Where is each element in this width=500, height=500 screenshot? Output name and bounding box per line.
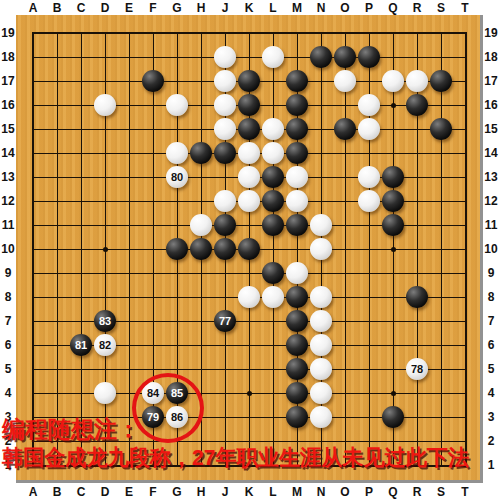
stone-white-J17[interactable] (214, 70, 236, 92)
col-label-top: P (365, 1, 373, 15)
row-label-left: 7 (5, 314, 12, 328)
stone-white-L14[interactable] (262, 142, 284, 164)
row-label-right: 9 (488, 266, 495, 280)
col-label-top: F (149, 1, 156, 15)
stone-black-M15[interactable] (286, 118, 308, 140)
stone-black-R8[interactable] (406, 286, 428, 308)
stone-black-H14[interactable] (190, 142, 212, 164)
star-point (247, 391, 252, 396)
stone-white-N6[interactable] (310, 334, 332, 356)
caption-line-2: 韩国金成龙九段称，27年职业生涯从未见过此下法 (2, 443, 469, 473)
col-label-top: C (77, 1, 86, 15)
stone-black-M17[interactable] (286, 70, 308, 92)
row-label-right: 11 (485, 218, 498, 232)
col-label-top: R (413, 1, 422, 15)
stone-black-M14[interactable] (286, 142, 308, 164)
stone-white-D6[interactable]: 82 (94, 334, 116, 356)
stone-black-D7[interactable]: 83 (94, 310, 116, 332)
stone-black-R16[interactable] (406, 94, 428, 116)
red-circle-annotation (132, 373, 204, 443)
star-point (391, 247, 396, 252)
col-label-bottom: H (197, 485, 206, 499)
stone-black-M6[interactable] (286, 334, 308, 356)
stone-black-J14[interactable] (214, 142, 236, 164)
row-label-right: 14 (484, 146, 497, 160)
col-label-bottom: F (149, 485, 156, 499)
stone-white-G16[interactable] (166, 94, 188, 116)
stone-white-J15[interactable] (214, 118, 236, 140)
star-point (391, 103, 396, 108)
stone-white-J16[interactable] (214, 94, 236, 116)
row-label-left: 17 (1, 74, 14, 88)
go-game-screenshot: 80837781827884857986 AABBCCDDEEFFGGHHJJK… (0, 0, 500, 500)
stone-white-K13[interactable] (238, 166, 260, 188)
stone-white-G14[interactable] (166, 142, 188, 164)
stone-white-N11[interactable] (310, 214, 332, 236)
stone-black-O15[interactable] (334, 118, 356, 140)
stone-black-L13[interactable] (262, 166, 284, 188)
col-label-top: Q (388, 1, 397, 15)
row-label-left: 12 (1, 194, 14, 208)
col-label-top: J (222, 1, 229, 15)
stone-black-P18[interactable] (358, 46, 380, 68)
move-number: 77 (219, 316, 231, 327)
row-label-right: 2 (488, 434, 495, 448)
stone-black-Q11[interactable] (382, 214, 404, 236)
stone-black-C6[interactable]: 81 (70, 334, 92, 356)
row-label-left: 10 (1, 242, 14, 256)
stone-black-L9[interactable] (262, 262, 284, 284)
stone-black-Q13[interactable] (382, 166, 404, 188)
row-label-left: 16 (1, 98, 14, 112)
stone-black-M16[interactable] (286, 94, 308, 116)
stone-white-K14[interactable] (238, 142, 260, 164)
caption-line-1: 编程随想注： (2, 414, 140, 445)
row-label-left: 15 (1, 122, 14, 136)
stone-black-K15[interactable] (238, 118, 260, 140)
col-label-bottom: K (245, 485, 254, 499)
stone-black-L11[interactable] (262, 214, 284, 236)
stone-white-P16[interactable] (358, 94, 380, 116)
stone-white-R5[interactable]: 78 (406, 358, 428, 380)
stone-black-K17[interactable] (238, 70, 260, 92)
row-label-right: 3 (488, 410, 495, 424)
stone-black-N18[interactable] (310, 46, 332, 68)
row-label-left: 5 (5, 362, 12, 376)
stone-white-N8[interactable] (310, 286, 332, 308)
stone-white-L18[interactable] (262, 46, 284, 68)
move-number: 81 (75, 340, 87, 351)
col-label-top: E (125, 1, 133, 15)
col-label-bottom: N (317, 485, 326, 499)
col-label-top: T (461, 1, 468, 15)
row-label-right: 10 (484, 242, 497, 256)
col-label-bottom: Q (388, 485, 397, 499)
row-label-left: 18 (1, 50, 14, 64)
row-label-right: 16 (484, 98, 497, 112)
stone-white-J12[interactable] (214, 190, 236, 212)
move-number: 83 (99, 316, 111, 327)
stone-white-K12[interactable] (238, 190, 260, 212)
col-label-top: S (437, 1, 445, 15)
stone-white-P15[interactable] (358, 118, 380, 140)
col-label-top: L (269, 1, 276, 15)
stone-white-N5[interactable] (310, 358, 332, 380)
row-label-left: 13 (1, 170, 14, 184)
stone-white-N4[interactable] (310, 382, 332, 404)
stone-white-D4[interactable] (94, 382, 116, 404)
stone-black-J10[interactable] (214, 238, 236, 260)
row-label-right: 19 (484, 26, 497, 40)
move-number: 78 (411, 364, 423, 375)
col-label-top: M (292, 1, 302, 15)
stone-white-P13[interactable] (358, 166, 380, 188)
col-label-top: D (101, 1, 110, 15)
stone-white-M9[interactable] (286, 262, 308, 284)
stone-white-R17[interactable] (406, 70, 428, 92)
stone-white-Q17[interactable] (382, 70, 404, 92)
star-point (391, 391, 396, 396)
stone-black-M7[interactable] (286, 310, 308, 332)
stone-black-K10[interactable] (238, 238, 260, 260)
col-label-bottom: L (269, 485, 276, 499)
row-label-right: 12 (484, 194, 497, 208)
stone-black-Q3[interactable] (382, 406, 404, 428)
col-label-bottom: C (77, 485, 86, 499)
stone-black-J11[interactable] (214, 214, 236, 236)
stone-white-K8[interactable] (238, 286, 260, 308)
row-label-left: 6 (5, 338, 12, 352)
row-label-left: 19 (1, 26, 14, 40)
stone-black-S17[interactable] (430, 70, 452, 92)
row-label-right: 1 (488, 458, 495, 472)
col-label-bottom: T (461, 485, 468, 499)
stone-black-F17[interactable] (142, 70, 164, 92)
stone-black-Q12[interactable] (382, 190, 404, 212)
stone-white-G13[interactable]: 80 (166, 166, 188, 188)
stone-white-P12[interactable] (358, 190, 380, 212)
row-label-left: 4 (5, 386, 12, 400)
move-number: 82 (99, 340, 111, 351)
col-label-bottom: B (53, 485, 62, 499)
col-label-top: N (317, 1, 326, 15)
stone-white-N10[interactable] (310, 238, 332, 260)
col-label-top: G (172, 1, 181, 15)
stone-white-J18[interactable] (214, 46, 236, 68)
stone-white-L8[interactable] (262, 286, 284, 308)
stone-black-M4[interactable] (286, 382, 308, 404)
row-label-right: 8 (488, 290, 495, 304)
col-label-top: O (340, 1, 349, 15)
stone-white-M12[interactable] (286, 190, 308, 212)
row-label-left: 9 (5, 266, 12, 280)
stone-black-G10[interactable] (166, 238, 188, 260)
stone-white-N3[interactable] (310, 406, 332, 428)
col-label-bottom: D (101, 485, 110, 499)
col-label-bottom: P (365, 485, 373, 499)
stone-white-D16[interactable] (94, 94, 116, 116)
col-label-bottom: G (172, 485, 181, 499)
col-label-bottom: A (29, 485, 38, 499)
stone-black-H10[interactable] (190, 238, 212, 260)
col-label-bottom: J (222, 485, 229, 499)
row-label-right: 18 (484, 50, 497, 64)
stone-white-H11[interactable] (190, 214, 212, 236)
col-label-bottom: O (340, 485, 349, 499)
row-label-right: 15 (484, 122, 497, 136)
row-label-left: 14 (1, 146, 14, 160)
stone-black-O18[interactable] (334, 46, 356, 68)
col-label-bottom: S (437, 485, 445, 499)
row-label-left: 11 (2, 218, 15, 232)
row-label-right: 7 (488, 314, 495, 328)
stone-white-N7[interactable] (310, 310, 332, 332)
stone-white-L15[interactable] (262, 118, 284, 140)
stone-black-M5[interactable] (286, 358, 308, 380)
col-label-top: H (197, 1, 206, 15)
col-label-bottom: M (292, 485, 302, 499)
stone-white-O17[interactable] (334, 70, 356, 92)
col-label-top: K (245, 1, 254, 15)
row-label-right: 6 (488, 338, 495, 352)
row-label-right: 17 (484, 74, 497, 88)
stone-black-M3[interactable] (286, 406, 308, 428)
star-point (103, 247, 108, 252)
col-label-top: B (53, 1, 62, 15)
stone-white-M13[interactable] (286, 166, 308, 188)
col-label-top: A (29, 1, 38, 15)
stone-black-K16[interactable] (238, 94, 260, 116)
row-label-right: 5 (488, 362, 495, 376)
move-number: 80 (171, 172, 183, 183)
stone-black-M11[interactable] (286, 214, 308, 236)
row-label-left: 8 (5, 290, 12, 304)
row-label-right: 4 (488, 386, 495, 400)
stone-black-J7[interactable]: 77 (214, 310, 236, 332)
stone-black-M8[interactable] (286, 286, 308, 308)
col-label-bottom: R (413, 485, 422, 499)
stone-black-L12[interactable] (262, 190, 284, 212)
stone-black-S15[interactable] (430, 118, 452, 140)
row-label-right: 13 (484, 170, 497, 184)
col-label-bottom: E (125, 485, 133, 499)
